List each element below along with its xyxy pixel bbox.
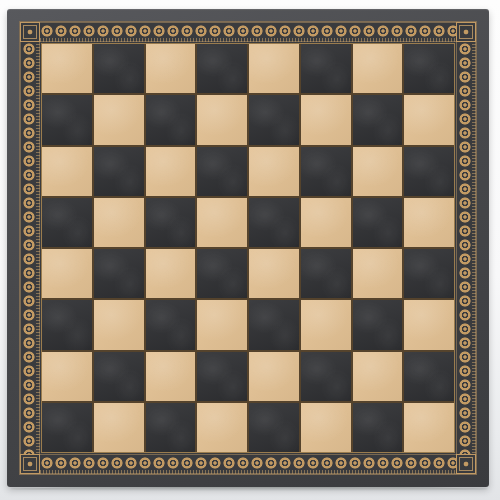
square-a3[interactable] <box>42 300 92 349</box>
square-a1[interactable] <box>42 403 92 452</box>
square-c2[interactable] <box>146 352 196 401</box>
square-h1[interactable] <box>404 403 454 452</box>
square-d4[interactable] <box>197 249 247 298</box>
square-f3[interactable] <box>301 300 351 349</box>
square-a2[interactable] <box>42 352 92 401</box>
square-g8[interactable] <box>353 44 403 93</box>
square-a4[interactable] <box>42 249 92 298</box>
corner-rosette-bottom-right <box>456 454 476 474</box>
corner-rosette-top-left <box>20 22 40 42</box>
square-b6[interactable] <box>94 147 144 196</box>
square-c8[interactable] <box>146 44 196 93</box>
square-f6[interactable] <box>301 147 351 196</box>
square-f2[interactable] <box>301 352 351 401</box>
square-g4[interactable] <box>353 249 403 298</box>
square-a6[interactable] <box>42 147 92 196</box>
square-a7[interactable] <box>42 95 92 144</box>
square-c1[interactable] <box>146 403 196 452</box>
square-h6[interactable] <box>404 147 454 196</box>
square-g5[interactable] <box>353 198 403 247</box>
corner-rosette-top-right <box>456 22 476 42</box>
square-d8[interactable] <box>197 44 247 93</box>
square-e2[interactable] <box>249 352 299 401</box>
square-e3[interactable] <box>249 300 299 349</box>
square-e8[interactable] <box>249 44 299 93</box>
square-a5[interactable] <box>42 198 92 247</box>
square-b8[interactable] <box>94 44 144 93</box>
square-f8[interactable] <box>301 44 351 93</box>
square-h7[interactable] <box>404 95 454 144</box>
square-d1[interactable] <box>197 403 247 452</box>
square-a8[interactable] <box>42 44 92 93</box>
chess-board <box>7 9 489 487</box>
square-d3[interactable] <box>197 300 247 349</box>
square-c6[interactable] <box>146 147 196 196</box>
square-g7[interactable] <box>353 95 403 144</box>
square-c5[interactable] <box>146 198 196 247</box>
square-h8[interactable] <box>404 44 454 93</box>
square-b2[interactable] <box>94 352 144 401</box>
square-d6[interactable] <box>197 147 247 196</box>
square-d5[interactable] <box>197 198 247 247</box>
square-d2[interactable] <box>197 352 247 401</box>
square-g3[interactable] <box>353 300 403 349</box>
square-b1[interactable] <box>94 403 144 452</box>
corner-rosette-bottom-left <box>20 454 40 474</box>
square-g2[interactable] <box>353 352 403 401</box>
square-h5[interactable] <box>404 198 454 247</box>
square-e5[interactable] <box>249 198 299 247</box>
square-g6[interactable] <box>353 147 403 196</box>
square-c4[interactable] <box>146 249 196 298</box>
square-b4[interactable] <box>94 249 144 298</box>
square-b3[interactable] <box>94 300 144 349</box>
square-f1[interactable] <box>301 403 351 452</box>
border-band-right <box>456 42 476 454</box>
square-f4[interactable] <box>301 249 351 298</box>
square-c7[interactable] <box>146 95 196 144</box>
square-h2[interactable] <box>404 352 454 401</box>
photo-background <box>0 0 500 500</box>
border-band-left <box>20 42 40 454</box>
square-b5[interactable] <box>94 198 144 247</box>
ornamental-border <box>19 21 477 475</box>
square-h4[interactable] <box>404 249 454 298</box>
square-f5[interactable] <box>301 198 351 247</box>
board-grid <box>41 43 455 453</box>
square-h3[interactable] <box>404 300 454 349</box>
square-f7[interactable] <box>301 95 351 144</box>
border-band-bottom <box>40 454 456 474</box>
square-b7[interactable] <box>94 95 144 144</box>
square-e7[interactable] <box>249 95 299 144</box>
square-g1[interactable] <box>353 403 403 452</box>
square-e1[interactable] <box>249 403 299 452</box>
square-d7[interactable] <box>197 95 247 144</box>
square-e4[interactable] <box>249 249 299 298</box>
square-c3[interactable] <box>146 300 196 349</box>
border-band-top <box>40 22 456 42</box>
board-shadow <box>10 487 488 491</box>
square-e6[interactable] <box>249 147 299 196</box>
